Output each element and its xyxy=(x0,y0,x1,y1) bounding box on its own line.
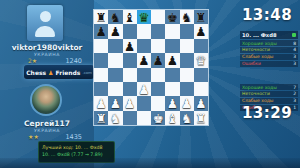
white-knight-piece[interactable]: ♞ xyxy=(181,112,192,125)
square-e1[interactable]: ♚ xyxy=(151,111,165,125)
square-e4[interactable] xyxy=(151,68,165,82)
player-stars-top: 2★ xyxy=(28,57,37,64)
square-f7[interactable] xyxy=(165,24,179,38)
square-a1[interactable]: ♜ xyxy=(94,111,108,125)
square-g5[interactable] xyxy=(180,53,194,67)
stat-label: Ошибки xyxy=(242,61,261,66)
black-pawn-piece[interactable]: ♟ xyxy=(138,55,149,68)
square-h1[interactable]: ♜ xyxy=(194,111,208,125)
square-b4[interactable] xyxy=(108,68,122,82)
white-pawn-piece[interactable]: ♟ xyxy=(110,98,121,111)
white-knight-piece[interactable]: ♞ xyxy=(110,112,121,125)
stat-value: 4 xyxy=(293,47,296,52)
player-rating-bottom: 1435 xyxy=(65,133,82,141)
stat-value: 3 xyxy=(293,54,296,59)
square-d2[interactable] xyxy=(137,96,151,110)
square-g8[interactable]: ♞ xyxy=(180,10,194,24)
stat-row: Слабые ходы3 xyxy=(240,98,298,104)
square-f1[interactable]: ♝ xyxy=(165,111,179,125)
square-d5[interactable]: ♟ xyxy=(137,53,151,67)
black-queen-piece[interactable]: ♛ xyxy=(138,11,149,24)
square-g3[interactable] xyxy=(180,82,194,96)
square-e5[interactable]: ♟ xyxy=(151,53,165,67)
clock-bottom: 13:29 xyxy=(236,104,298,122)
square-g2[interactable]: ♟ xyxy=(180,96,194,110)
square-g1[interactable]: ♞ xyxy=(180,111,194,125)
black-rook-piece[interactable]: ♜ xyxy=(195,11,206,24)
white-pawn-piece[interactable]: ♟ xyxy=(167,98,178,111)
square-f8[interactable]: ♚ xyxy=(165,10,179,24)
square-c1[interactable] xyxy=(123,111,137,125)
square-c7[interactable] xyxy=(123,24,137,38)
square-b8[interactable]: ♞ xyxy=(108,10,122,24)
logo-tld: .com xyxy=(82,70,91,75)
stat-label: Слабые ходы xyxy=(242,54,273,59)
person-icon xyxy=(40,11,51,22)
black-bishop-piece[interactable]: ♝ xyxy=(124,11,135,24)
avatar[interactable] xyxy=(27,5,63,41)
square-c6[interactable]: ♟ xyxy=(123,39,137,53)
black-knight-piece[interactable]: ♞ xyxy=(181,11,192,24)
square-d8[interactable]: ♛ xyxy=(137,10,151,24)
black-pawn-piece[interactable]: ♟ xyxy=(124,40,135,53)
square-d1[interactable] xyxy=(137,111,151,125)
best-move-line: Лучший ход: 10. ... Фxd8 xyxy=(42,145,111,150)
square-f4[interactable] xyxy=(165,68,179,82)
square-f6[interactable] xyxy=(165,39,179,53)
avatar-photo[interactable] xyxy=(30,84,62,116)
white-pawn-piece[interactable]: ♟ xyxy=(181,98,192,111)
square-h6[interactable] xyxy=(194,39,208,53)
square-a2[interactable]: ♟ xyxy=(94,96,108,110)
logo-text-suffix: Friends xyxy=(56,69,81,76)
square-h4[interactable] xyxy=(194,68,208,82)
square-f5[interactable]: ♟ xyxy=(165,53,179,67)
black-pawn-piece[interactable]: ♟ xyxy=(153,55,164,68)
square-e6[interactable] xyxy=(151,39,165,53)
square-b2[interactable]: ♟ xyxy=(108,96,122,110)
square-a8[interactable]: ♜ xyxy=(94,10,108,24)
square-g7[interactable] xyxy=(180,24,194,38)
stat-label: Хорошие ходы xyxy=(242,41,277,46)
move-eval-line: 10. ... Фxd8 (7.77 → 7.89) xyxy=(42,152,111,157)
black-pawn-piece[interactable]: ♟ xyxy=(195,26,206,39)
player-name-bottom: Сергей117 xyxy=(0,119,94,128)
stat-value: 8 xyxy=(293,41,296,46)
white-rook-piece[interactable]: ♜ xyxy=(96,112,107,125)
black-pawn-piece[interactable]: ♟ xyxy=(167,55,178,68)
app-window: viktor1980viktor УКРАИНА 2★ 1240 Chess ♟… xyxy=(0,0,300,168)
white-bishop-piece[interactable]: ♝ xyxy=(167,112,178,125)
move-quality-icon xyxy=(292,33,296,37)
player-stars-bottom: ★★ xyxy=(28,133,39,140)
stat-row: Неточности2 xyxy=(240,91,298,97)
square-a6[interactable] xyxy=(94,39,108,53)
chess-board[interactable]: ♜♞♝♛♚♞♜♟♟♟♟♟♟♟♛♟♟♟♟♟♟♟♜♞♚♝♞♜ xyxy=(94,10,208,125)
stat-row: Хорошие ходы7 xyxy=(240,84,298,90)
stat-label: Неточности xyxy=(242,91,270,96)
bottom-bar xyxy=(0,158,300,168)
white-pawn-piece[interactable]: ♟ xyxy=(195,98,206,111)
square-d3[interactable]: ♟ xyxy=(137,82,151,96)
stat-value: 7 xyxy=(293,85,296,90)
stat-row: Слабые ходы3 xyxy=(240,54,298,60)
player-rating-top: 1240 xyxy=(65,57,82,65)
square-d7[interactable] xyxy=(137,24,151,38)
square-b3[interactable] xyxy=(108,82,122,96)
square-g6[interactable] xyxy=(180,39,194,53)
square-a3[interactable] xyxy=(94,82,108,96)
white-pawn-piece[interactable]: ♟ xyxy=(124,98,135,111)
square-a5[interactable] xyxy=(94,53,108,67)
square-h5[interactable]: ♛ xyxy=(194,53,208,67)
person-icon xyxy=(35,26,55,37)
black-knight-piece[interactable]: ♞ xyxy=(110,11,121,24)
white-king-piece[interactable]: ♚ xyxy=(153,112,164,125)
square-h2[interactable]: ♟ xyxy=(194,96,208,110)
square-e2[interactable] xyxy=(151,96,165,110)
stat-label: Хорошие ходы xyxy=(242,85,277,90)
clock-top: 13:48 xyxy=(236,6,298,24)
logo-text-prefix: Chess xyxy=(26,69,46,76)
black-rook-piece[interactable]: ♜ xyxy=(96,11,107,24)
square-h8[interactable]: ♜ xyxy=(194,10,208,24)
black-pawn-piece[interactable]: ♟ xyxy=(110,26,121,39)
square-d4[interactable] xyxy=(137,68,151,82)
stat-value: 3 xyxy=(293,61,296,66)
square-b7[interactable]: ♟ xyxy=(108,24,122,38)
player-name-top: viktor1980viktor xyxy=(0,43,94,52)
stat-value: 3 xyxy=(293,98,296,103)
square-a7[interactable]: ♟ xyxy=(94,24,108,38)
white-pawn-piece[interactable]: ♟ xyxy=(96,98,107,111)
square-e8[interactable] xyxy=(151,10,165,24)
stat-label: Слабые ходы xyxy=(242,98,273,103)
square-g4[interactable] xyxy=(180,68,194,82)
stat-row: Неточности4 xyxy=(240,47,298,53)
stat-row: Ошибки3 xyxy=(240,61,298,67)
square-e3[interactable] xyxy=(151,82,165,96)
white-queen-piece[interactable]: ♛ xyxy=(195,55,206,68)
square-b6[interactable] xyxy=(108,39,122,53)
black-king-piece[interactable]: ♚ xyxy=(167,11,178,24)
square-f3[interactable] xyxy=(165,82,179,96)
square-c4[interactable] xyxy=(123,68,137,82)
square-b1[interactable]: ♞ xyxy=(108,111,122,125)
stat-row: Хорошие ходы8 xyxy=(240,40,298,46)
square-e7[interactable] xyxy=(151,24,165,38)
stat-label: Неточности xyxy=(242,47,270,52)
square-c2[interactable]: ♟ xyxy=(123,96,137,110)
square-b5[interactable] xyxy=(108,53,122,67)
square-c8[interactable]: ♝ xyxy=(123,10,137,24)
pawn-icon: ♟ xyxy=(48,69,53,76)
square-f2[interactable]: ♟ xyxy=(165,96,179,110)
square-h7[interactable]: ♟ xyxy=(194,24,208,38)
move-list-row[interactable]: 10. ... Фxd8 xyxy=(240,31,298,39)
black-pawn-piece[interactable]: ♟ xyxy=(96,26,107,39)
move-label: 10. ... Фxd8 xyxy=(242,32,277,38)
square-c5[interactable] xyxy=(123,53,137,67)
white-rook-piece[interactable]: ♜ xyxy=(195,112,206,125)
square-a4[interactable] xyxy=(94,68,108,82)
white-pawn-piece[interactable]: ♟ xyxy=(138,83,149,96)
chessfriends-logo[interactable]: Chess ♟ Friends .com xyxy=(24,65,94,79)
square-c3[interactable] xyxy=(123,82,137,96)
move-quality-stats-top: Хорошие ходы8Неточности4Слабые ходы3Ошиб… xyxy=(240,40,298,68)
stat-value: 2 xyxy=(293,91,296,96)
square-d6[interactable] xyxy=(137,39,151,53)
square-h3[interactable] xyxy=(194,82,208,96)
